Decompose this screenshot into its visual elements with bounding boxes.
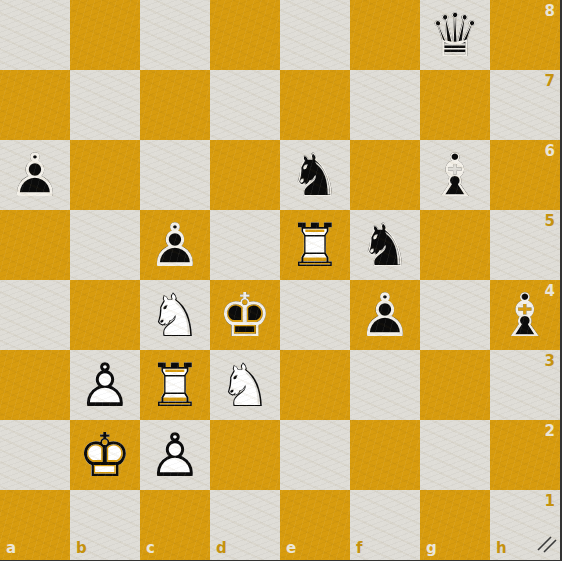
square-h6[interactable]: 6 [490, 140, 560, 210]
square-c8[interactable] [140, 0, 210, 70]
square-a7[interactable] [0, 70, 70, 140]
square-a8[interactable] [0, 0, 70, 70]
file-label-h: h [496, 541, 507, 556]
white-rook-outline-glyph: ♖ [280, 210, 350, 280]
square-g2[interactable] [420, 420, 490, 490]
square-c4[interactable]: ♞♘ [140, 280, 210, 350]
square-b3[interactable]: ♟♙ [70, 350, 140, 420]
chess-board: ♛♕87♟♙♞♘♝♗6♟♙♜♖♞♘5♞♘♚♔♟♙♝♗4♟♙♜♖♞♘3♚♔♟♙2a… [0, 0, 560, 560]
square-h3[interactable]: 3 [490, 350, 560, 420]
black-queen-outline-glyph: ♕ [420, 0, 490, 70]
square-h5[interactable]: 5 [490, 210, 560, 280]
rank-label-8: 8 [545, 4, 555, 19]
square-g4[interactable] [420, 280, 490, 350]
rank-label-5: 5 [545, 214, 555, 229]
square-b4[interactable] [70, 280, 140, 350]
square-d4[interactable]: ♚♔ [210, 280, 280, 350]
white-rook-outline-glyph: ♖ [140, 350, 210, 420]
square-g8[interactable]: ♛♕ [420, 0, 490, 70]
black-knight-outline-glyph: ♘ [280, 140, 350, 210]
square-d8[interactable] [210, 0, 280, 70]
rank-label-6: 6 [545, 144, 555, 159]
resize-grip-icon[interactable] [537, 536, 557, 553]
square-b5[interactable] [70, 210, 140, 280]
square-c1[interactable]: c [140, 490, 210, 560]
white-pawn-outline-glyph: ♙ [70, 350, 140, 420]
square-a5[interactable] [0, 210, 70, 280]
rank-label-1: 1 [545, 494, 555, 509]
black-pawn[interactable]: ♟♙ [140, 210, 210, 280]
white-rook[interactable]: ♜♖ [140, 350, 210, 420]
file-label-e: e [286, 541, 296, 556]
white-pawn-outline-glyph: ♙ [140, 420, 210, 490]
rank-label-4: 4 [545, 284, 555, 299]
white-knight[interactable]: ♞♘ [210, 350, 280, 420]
square-d2[interactable] [210, 420, 280, 490]
white-pawn[interactable]: ♟♙ [140, 420, 210, 490]
black-bishop[interactable]: ♝♗ [420, 140, 490, 210]
black-knight-outline-glyph: ♘ [350, 210, 420, 280]
square-f2[interactable] [350, 420, 420, 490]
square-b7[interactable] [70, 70, 140, 140]
square-d3[interactable]: ♞♘ [210, 350, 280, 420]
square-d7[interactable] [210, 70, 280, 140]
black-pawn[interactable]: ♟♙ [0, 140, 70, 210]
square-f5[interactable]: ♞♘ [350, 210, 420, 280]
file-label-f: f [356, 541, 363, 556]
square-h2[interactable]: 2 [490, 420, 560, 490]
white-rook[interactable]: ♜♖ [280, 210, 350, 280]
square-c2[interactable]: ♟♙ [140, 420, 210, 490]
square-a1[interactable]: a [0, 490, 70, 560]
file-label-g: g [426, 541, 437, 556]
square-e5[interactable]: ♜♖ [280, 210, 350, 280]
square-e8[interactable] [280, 0, 350, 70]
white-pawn[interactable]: ♟♙ [70, 350, 140, 420]
square-f3[interactable] [350, 350, 420, 420]
square-e2[interactable] [280, 420, 350, 490]
square-d6[interactable] [210, 140, 280, 210]
square-g6[interactable]: ♝♗ [420, 140, 490, 210]
square-c7[interactable] [140, 70, 210, 140]
file-label-d: d [216, 541, 227, 556]
square-a6[interactable]: ♟♙ [0, 140, 70, 210]
square-f1[interactable]: f [350, 490, 420, 560]
black-pawn[interactable]: ♟♙ [350, 280, 420, 350]
square-a3[interactable] [0, 350, 70, 420]
square-a2[interactable] [0, 420, 70, 490]
square-g3[interactable] [420, 350, 490, 420]
black-pawn-outline-glyph: ♙ [140, 210, 210, 280]
chess-app-window: ♛♕87♟♙♞♘♝♗6♟♙♜♖♞♘5♞♘♚♔♟♙♝♗4♟♙♜♖♞♘3♚♔♟♙2a… [0, 0, 562, 561]
square-e3[interactable] [280, 350, 350, 420]
square-c6[interactable] [140, 140, 210, 210]
white-knight[interactable]: ♞♘ [140, 280, 210, 350]
square-g7[interactable] [420, 70, 490, 140]
black-queen[interactable]: ♛♕ [420, 0, 490, 70]
file-label-b: b [76, 541, 87, 556]
black-pawn-outline-glyph: ♙ [0, 140, 70, 210]
black-bishop-outline-glyph: ♗ [420, 140, 490, 210]
rank-label-3: 3 [545, 354, 555, 369]
black-knight[interactable]: ♞♘ [280, 140, 350, 210]
black-king[interactable]: ♚♔ [210, 280, 280, 350]
file-label-c: c [146, 541, 155, 556]
square-h7[interactable]: 7 [490, 70, 560, 140]
square-a4[interactable] [0, 280, 70, 350]
file-label-a: a [6, 541, 16, 556]
square-g5[interactable] [420, 210, 490, 280]
square-c3[interactable]: ♜♖ [140, 350, 210, 420]
square-e1[interactable]: e [280, 490, 350, 560]
white-king-outline-glyph: ♔ [70, 420, 140, 490]
square-f6[interactable] [350, 140, 420, 210]
white-king[interactable]: ♚♔ [70, 420, 140, 490]
rank-label-7: 7 [545, 74, 555, 89]
square-f8[interactable] [350, 0, 420, 70]
square-f7[interactable] [350, 70, 420, 140]
square-b2[interactable]: ♚♔ [70, 420, 140, 490]
square-f4[interactable]: ♟♙ [350, 280, 420, 350]
white-knight-outline-glyph: ♘ [210, 350, 280, 420]
rank-label-2: 2 [545, 424, 555, 439]
square-h4[interactable]: ♝♗4 [490, 280, 560, 350]
square-h8[interactable]: 8 [490, 0, 560, 70]
black-knight[interactable]: ♞♘ [350, 210, 420, 280]
square-g1[interactable]: g [420, 490, 490, 560]
square-e4[interactable] [280, 280, 350, 350]
black-pawn-outline-glyph: ♙ [350, 280, 420, 350]
black-king-outline-glyph: ♔ [210, 280, 280, 350]
square-c5[interactable]: ♟♙ [140, 210, 210, 280]
white-knight-outline-glyph: ♘ [140, 280, 210, 350]
square-d1[interactable]: d [210, 490, 280, 560]
square-e7[interactable] [280, 70, 350, 140]
square-b8[interactable] [70, 0, 140, 70]
square-d5[interactable] [210, 210, 280, 280]
square-b1[interactable]: b [70, 490, 140, 560]
square-e6[interactable]: ♞♘ [280, 140, 350, 210]
square-b6[interactable] [70, 140, 140, 210]
